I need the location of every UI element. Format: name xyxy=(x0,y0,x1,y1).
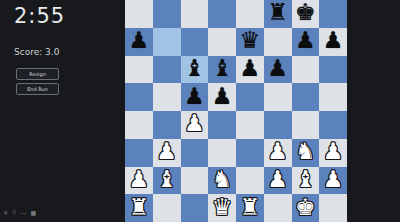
square-c1[interactable] xyxy=(181,194,209,222)
square-a6[interactable] xyxy=(125,56,153,84)
square-g3[interactable]: ♞ xyxy=(292,139,320,167)
white-queen[interactable]: ♛ xyxy=(212,196,233,219)
black-queen[interactable]: ♛ xyxy=(240,29,261,52)
black-rook[interactable]: ♜ xyxy=(267,1,288,24)
game-clock: 2:55 xyxy=(14,4,65,28)
square-c4[interactable]: ♟ xyxy=(181,111,209,139)
square-c7[interactable] xyxy=(181,28,209,56)
square-e4[interactable] xyxy=(236,111,264,139)
minimize-icon[interactable]: — xyxy=(20,210,26,216)
square-c3[interactable] xyxy=(181,139,209,167)
chess-board: ♜♚♟♛♟♟♝♝♟♟♟♟♟♟♟♞♟♟♝♞♟♝♟♜♛♜♚ xyxy=(125,0,347,222)
square-e8[interactable] xyxy=(236,0,264,28)
square-a8[interactable] xyxy=(125,0,153,28)
square-h3[interactable]: ♟ xyxy=(319,139,347,167)
black-king[interactable]: ♚ xyxy=(295,1,316,24)
square-h4[interactable] xyxy=(319,111,347,139)
resign-button[interactable]: Resign xyxy=(16,68,59,80)
square-c6[interactable]: ♝ xyxy=(181,56,209,84)
square-f4[interactable] xyxy=(264,111,292,139)
square-d2[interactable]: ♞ xyxy=(208,167,236,195)
chess-app-window: 2:55 Score: 3.0 Resign End Run ♜♚♟♛♟♟♝♝♟… xyxy=(0,0,400,222)
square-a7[interactable]: ♟ xyxy=(125,28,153,56)
black-pawn[interactable]: ♟ xyxy=(184,85,205,108)
square-g4[interactable] xyxy=(292,111,320,139)
square-f7[interactable] xyxy=(264,28,292,56)
square-h7[interactable]: ♟ xyxy=(319,28,347,56)
square-b8[interactable] xyxy=(153,0,181,28)
score-label: Score: 3.0 xyxy=(14,47,59,57)
square-f8[interactable]: ♜ xyxy=(264,0,292,28)
black-pawn[interactable]: ♟ xyxy=(129,29,150,52)
square-h2[interactable]: ♟ xyxy=(319,167,347,195)
white-pawn[interactable]: ♟ xyxy=(323,140,344,163)
white-rook[interactable]: ♜ xyxy=(240,196,261,219)
square-b2[interactable]: ♝ xyxy=(153,167,181,195)
black-pawn[interactable]: ♟ xyxy=(212,85,233,108)
square-f3[interactable]: ♟ xyxy=(264,139,292,167)
square-d3[interactable] xyxy=(208,139,236,167)
square-a4[interactable] xyxy=(125,111,153,139)
black-pawn[interactable]: ♟ xyxy=(295,29,316,52)
white-bishop[interactable]: ♝ xyxy=(295,168,316,191)
black-bishop[interactable]: ♝ xyxy=(212,57,233,80)
square-h8[interactable] xyxy=(319,0,347,28)
white-knight[interactable]: ♞ xyxy=(212,168,233,191)
square-d7[interactable] xyxy=(208,28,236,56)
square-h6[interactable] xyxy=(319,56,347,84)
white-bishop[interactable]: ♝ xyxy=(156,168,177,191)
square-g5[interactable] xyxy=(292,83,320,111)
square-e1[interactable]: ♜ xyxy=(236,194,264,222)
square-g2[interactable]: ♝ xyxy=(292,167,320,195)
square-c5[interactable]: ♟ xyxy=(181,83,209,111)
square-b6[interactable] xyxy=(153,56,181,84)
square-d4[interactable] xyxy=(208,111,236,139)
square-b1[interactable] xyxy=(153,194,181,222)
square-e6[interactable]: ♟ xyxy=(236,56,264,84)
square-e2[interactable] xyxy=(236,167,264,195)
black-pawn[interactable]: ♟ xyxy=(240,57,261,80)
black-pawn[interactable]: ♟ xyxy=(323,29,344,52)
square-f2[interactable]: ♟ xyxy=(264,167,292,195)
grid-icon[interactable]: ⠿ xyxy=(12,210,16,216)
square-b4[interactable] xyxy=(153,111,181,139)
black-bishop[interactable]: ♝ xyxy=(184,57,205,80)
square-b5[interactable] xyxy=(153,83,181,111)
white-pawn[interactable]: ♟ xyxy=(156,140,177,163)
square-c2[interactable] xyxy=(181,167,209,195)
square-a2[interactable]: ♟ xyxy=(125,167,153,195)
window-controls: ✕⠿—■ xyxy=(3,210,36,216)
square-d1[interactable]: ♛ xyxy=(208,194,236,222)
square-b3[interactable]: ♟ xyxy=(153,139,181,167)
square-d5[interactable]: ♟ xyxy=(208,83,236,111)
white-pawn[interactable]: ♟ xyxy=(267,168,288,191)
square-a1[interactable]: ♜ xyxy=(125,194,153,222)
white-pawn[interactable]: ♟ xyxy=(267,140,288,163)
white-pawn[interactable]: ♟ xyxy=(129,168,150,191)
square-b7[interactable] xyxy=(153,28,181,56)
white-pawn[interactable]: ♟ xyxy=(184,112,205,135)
square-f6[interactable]: ♟ xyxy=(264,56,292,84)
white-rook[interactable]: ♜ xyxy=(129,196,150,219)
square-h5[interactable] xyxy=(319,83,347,111)
square-c8[interactable] xyxy=(181,0,209,28)
square-d8[interactable] xyxy=(208,0,236,28)
square-e3[interactable] xyxy=(236,139,264,167)
square-g8[interactable]: ♚ xyxy=(292,0,320,28)
square-g1[interactable]: ♚ xyxy=(292,194,320,222)
stop-icon[interactable]: ■ xyxy=(30,210,36,216)
square-a3[interactable] xyxy=(125,139,153,167)
close-icon[interactable]: ✕ xyxy=(3,210,8,216)
square-e7[interactable]: ♛ xyxy=(236,28,264,56)
square-d6[interactable]: ♝ xyxy=(208,56,236,84)
white-king[interactable]: ♚ xyxy=(295,196,316,219)
square-h1[interactable] xyxy=(319,194,347,222)
black-pawn[interactable]: ♟ xyxy=(267,57,288,80)
square-f1[interactable] xyxy=(264,194,292,222)
square-a5[interactable] xyxy=(125,83,153,111)
end-run-button[interactable]: End Run xyxy=(16,83,59,95)
white-knight[interactable]: ♞ xyxy=(295,140,316,163)
square-g6[interactable] xyxy=(292,56,320,84)
white-pawn[interactable]: ♟ xyxy=(323,168,344,191)
square-e5[interactable] xyxy=(236,83,264,111)
square-f5[interactable] xyxy=(264,83,292,111)
square-g7[interactable]: ♟ xyxy=(292,28,320,56)
